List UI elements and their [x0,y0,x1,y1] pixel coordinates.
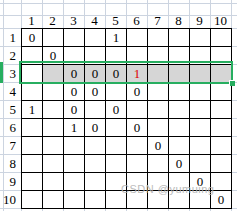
matrix-grid: 01000010001001000000 [21,28,232,209]
matrix-cell-r10c2[interactable] [43,191,64,209]
matrix-cell-r4c3[interactable]: 0 [64,83,85,101]
col-header-cell-2[interactable]: 2 [42,13,63,28]
row-header-cell-7[interactable]: 7 [0,137,16,155]
matrix-cell-r4c8[interactable] [169,83,190,101]
matrix-cell-r5c4[interactable] [85,101,106,119]
matrix-cell-r7c4[interactable] [85,137,106,155]
column-header-row: 12345678910 [21,13,232,28]
matrix-cell-r10c3[interactable] [64,191,85,209]
spreadsheet-canvas: 12345678910 12345678910 0100001000100100… [0,0,237,211]
matrix-cell-r5c9[interactable] [190,101,211,119]
row-header-column: 12345678910 [0,29,16,209]
matrix-cell-r8c3[interactable] [64,155,85,173]
matrix-cell-r8c8[interactable]: 0 [169,155,190,173]
fill-handle[interactable] [229,80,235,86]
matrix-cell-r5c10[interactable] [211,101,232,119]
matrix-cell-r4c2[interactable] [43,83,64,101]
row-header-cell-4[interactable]: 4 [0,83,16,101]
matrix-cell-r6c4[interactable]: 0 [85,119,106,137]
row-header-cell-1[interactable]: 1 [0,29,16,47]
matrix-cell-r7c6[interactable] [127,137,148,155]
matrix-cell-r7c3[interactable] [64,137,85,155]
matrix-cell-r8c4[interactable] [85,155,106,173]
matrix-cell-r5c6[interactable] [127,101,148,119]
matrix-cell-r9c1[interactable] [22,173,43,191]
matrix-cell-r5c2[interactable] [43,101,64,119]
matrix-cell-r1c4[interactable] [85,29,106,47]
row-selection-indicator [0,62,3,83]
col-header-cell-10[interactable]: 10 [210,13,231,28]
matrix-cell-r9c4[interactable] [85,173,106,191]
matrix-cell-r6c9[interactable] [190,119,211,137]
matrix-cell-r6c7[interactable] [148,119,169,137]
matrix-cell-r7c7[interactable]: 0 [148,137,169,155]
matrix-cell-r10c4[interactable] [85,191,106,209]
matrix-cell-r9c3[interactable] [64,173,85,191]
matrix-cell-r8c1[interactable] [22,155,43,173]
matrix-cell-r8c10[interactable] [211,155,232,173]
matrix-cell-r1c9[interactable] [190,29,211,47]
matrix-cell-r8c7[interactable] [148,155,169,173]
gridline-h [0,3,237,4]
matrix-cell-r10c1[interactable] [22,191,43,209]
watermark: CSDN @yumuing [121,183,214,195]
matrix-cell-r8c9[interactable] [190,155,211,173]
matrix-cell-r8c2[interactable] [43,155,64,173]
matrix-cell-r5c5[interactable]: 0 [106,101,127,119]
col-header-cell-8[interactable]: 8 [168,13,189,28]
matrix-cell-r4c4[interactable]: 0 [85,83,106,101]
matrix-cell-r6c6[interactable]: 0 [127,119,148,137]
matrix-cell-r7c9[interactable] [190,137,211,155]
matrix-cell-r8c6[interactable] [127,155,148,173]
matrix-cell-r4c5[interactable] [106,83,127,101]
matrix-cell-r5c8[interactable] [169,101,190,119]
row-header-cell-8[interactable]: 8 [0,155,16,173]
matrix-cell-r1c5[interactable]: 1 [106,29,127,47]
col-header-cell-4[interactable]: 4 [84,13,105,28]
col-header-cell-5[interactable]: 5 [105,13,126,28]
row-header-cell-6[interactable]: 6 [0,119,16,137]
matrix-cell-r7c1[interactable] [22,137,43,155]
matrix-cell-r7c5[interactable] [106,137,127,155]
matrix-cell-r1c2[interactable] [43,29,64,47]
col-header-cell-6[interactable]: 6 [126,13,147,28]
selection-border[interactable] [19,61,233,84]
col-header-cell-9[interactable]: 9 [189,13,210,28]
matrix-cell-r1c8[interactable] [169,29,190,47]
matrix-cell-r6c8[interactable] [169,119,190,137]
matrix-cell-r9c2[interactable] [43,173,64,191]
row-header-cell-10[interactable]: 10 [0,191,16,209]
matrix-cell-r7c10[interactable] [211,137,232,155]
col-header-cell-7[interactable]: 7 [147,13,168,28]
row-header-cell-9[interactable]: 9 [0,173,16,191]
matrix-cell-r8c5[interactable] [106,155,127,173]
matrix-cell-r6c1[interactable] [22,119,43,137]
matrix-cell-r6c3[interactable]: 1 [64,119,85,137]
matrix-cell-r5c1[interactable]: 1 [22,101,43,119]
matrix-cell-r1c10[interactable] [211,29,232,47]
matrix-cell-r7c8[interactable] [169,137,190,155]
matrix-cell-r6c10[interactable] [211,119,232,137]
row-header-cell-5[interactable]: 5 [0,101,16,119]
matrix-cell-r5c3[interactable]: 0 [64,101,85,119]
matrix-cell-r1c3[interactable] [64,29,85,47]
matrix-cell-r6c2[interactable] [43,119,64,137]
matrix-cell-r4c7[interactable] [148,83,169,101]
matrix-cell-r6c5[interactable] [106,119,127,137]
matrix-cell-r5c7[interactable] [148,101,169,119]
col-header-cell-3[interactable]: 3 [63,13,84,28]
col-header-cell-1[interactable]: 1 [21,13,42,28]
matrix-cell-r4c9[interactable] [190,83,211,101]
matrix-cell-r4c1[interactable] [22,83,43,101]
matrix-cell-r1c1[interactable]: 0 [22,29,43,47]
matrix-cell-r1c7[interactable] [148,29,169,47]
matrix-cell-r7c2[interactable] [43,137,64,155]
matrix-cell-r1c6[interactable] [127,29,148,47]
matrix-cell-r4c6[interactable]: 0 [127,83,148,101]
